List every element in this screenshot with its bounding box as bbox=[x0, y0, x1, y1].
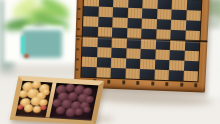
light-piece bbox=[42, 89, 50, 95]
table-back-edge bbox=[0, 64, 80, 78]
board-square bbox=[140, 59, 155, 70]
file-coordinate-mark bbox=[151, 81, 154, 85]
dark-pieces-compartment bbox=[49, 83, 98, 120]
piece-box bbox=[10, 76, 105, 124]
red-piece bbox=[40, 105, 47, 110]
board-square bbox=[125, 68, 140, 79]
board-square bbox=[111, 48, 126, 59]
board-square bbox=[98, 17, 113, 28]
board-square bbox=[113, 7, 128, 18]
file-coordinate-mark bbox=[107, 80, 110, 84]
board-square bbox=[169, 60, 184, 71]
board-square bbox=[185, 20, 200, 31]
board-square bbox=[142, 8, 157, 19]
dark-piece bbox=[83, 107, 91, 113]
board-square bbox=[186, 0, 201, 11]
rank-coordinate-mark bbox=[77, 28, 80, 30]
board-square bbox=[126, 48, 141, 59]
dark-piece bbox=[55, 106, 66, 114]
board-square bbox=[186, 10, 201, 21]
board-square bbox=[82, 57, 97, 68]
board-square bbox=[127, 8, 142, 19]
board-square bbox=[125, 58, 140, 69]
file-coordinate-mark bbox=[180, 83, 183, 87]
board-square bbox=[171, 10, 186, 21]
board-square bbox=[156, 19, 171, 30]
board-square bbox=[154, 70, 169, 81]
chessboard bbox=[74, 0, 210, 93]
photo-scene bbox=[0, 0, 220, 124]
board-square bbox=[183, 71, 198, 82]
board-square bbox=[140, 49, 155, 60]
board-square bbox=[96, 67, 111, 78]
board-square bbox=[97, 47, 112, 58]
board-square bbox=[83, 6, 98, 17]
bright-background bbox=[206, 32, 220, 98]
board-square bbox=[155, 49, 170, 60]
rank-coordinate-mark bbox=[77, 38, 80, 40]
board-square bbox=[98, 7, 113, 18]
planter-cyan-edge bbox=[21, 36, 25, 54]
file-coordinate-mark bbox=[122, 80, 125, 84]
rank-coordinate-mark bbox=[76, 48, 79, 50]
board-square bbox=[127, 18, 142, 29]
rank-coordinate-mark bbox=[77, 18, 80, 20]
rank-coordinate-mark bbox=[76, 68, 79, 70]
board-square bbox=[110, 68, 125, 79]
board-square bbox=[169, 50, 184, 61]
board-square bbox=[156, 9, 171, 20]
board-square bbox=[171, 20, 186, 31]
red-accent-blur bbox=[24, 54, 29, 58]
file-coordinate-mark bbox=[136, 81, 139, 85]
board-square bbox=[141, 19, 156, 30]
dark-piece bbox=[74, 108, 83, 115]
red-piece bbox=[17, 105, 24, 110]
board-square bbox=[172, 0, 187, 10]
rank-coordinate-mark bbox=[77, 8, 80, 10]
board-square bbox=[139, 69, 154, 80]
file-coordinate-mark bbox=[194, 83, 197, 87]
board-square bbox=[184, 51, 199, 62]
board-square bbox=[168, 70, 183, 81]
board-square bbox=[83, 16, 98, 27]
board-square bbox=[183, 61, 198, 72]
board-square bbox=[81, 67, 96, 78]
board-square bbox=[111, 58, 126, 69]
board-square bbox=[96, 57, 111, 68]
board-square bbox=[154, 60, 169, 71]
board-square bbox=[82, 47, 97, 58]
file-coordinate-mark bbox=[165, 82, 168, 86]
rank-coordinate-mark bbox=[76, 58, 79, 60]
board-square bbox=[112, 17, 127, 28]
